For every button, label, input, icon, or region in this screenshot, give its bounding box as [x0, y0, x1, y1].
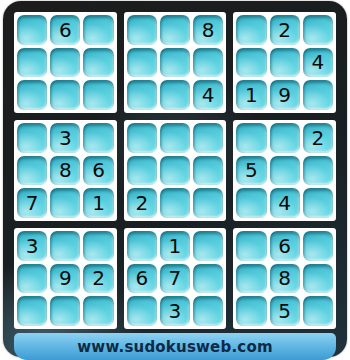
- box-2-1: 38671: [14, 120, 117, 221]
- cell-r4c6[interactable]: [193, 123, 223, 153]
- cell-r2c5[interactable]: [160, 48, 190, 78]
- cell-r2c2[interactable]: [50, 48, 80, 78]
- cell-r2c4[interactable]: [127, 48, 157, 78]
- cell-r3c1[interactable]: [17, 80, 47, 110]
- cell-r8c3: 2: [83, 264, 113, 294]
- cell-r4c5[interactable]: [160, 123, 190, 153]
- cell-r5c5[interactable]: [160, 156, 190, 186]
- cell-r3c2[interactable]: [50, 80, 80, 110]
- cell-r1c2: 6: [50, 15, 80, 45]
- cell-r8c8: 8: [270, 264, 300, 294]
- cell-r2c8[interactable]: [270, 48, 300, 78]
- cell-r3c4[interactable]: [127, 80, 157, 110]
- box-3-3: 685: [233, 228, 336, 329]
- cell-r1c1[interactable]: [17, 15, 47, 45]
- cell-r9c6[interactable]: [193, 296, 223, 326]
- cell-r9c3[interactable]: [83, 296, 113, 326]
- cell-r3c3[interactable]: [83, 80, 113, 110]
- cell-r4c4[interactable]: [127, 123, 157, 153]
- cell-r4c1[interactable]: [17, 123, 47, 153]
- box-2-3: 254: [233, 120, 336, 221]
- cell-r5c1[interactable]: [17, 156, 47, 186]
- cell-r3c9[interactable]: [303, 80, 333, 110]
- cell-r2c9: 4: [303, 48, 333, 78]
- cell-r8c1[interactable]: [17, 264, 47, 294]
- cell-r5c8[interactable]: [270, 156, 300, 186]
- cell-r1c6: 8: [193, 15, 223, 45]
- box-3-2: 1673: [124, 228, 227, 329]
- cell-r6c5[interactable]: [160, 188, 190, 218]
- cell-r8c5: 7: [160, 264, 190, 294]
- cell-r1c5[interactable]: [160, 15, 190, 45]
- cell-r3c5[interactable]: [160, 80, 190, 110]
- cell-r6c1: 7: [17, 188, 47, 218]
- cell-r2c3[interactable]: [83, 48, 113, 78]
- cell-r5c2: 8: [50, 156, 80, 186]
- cell-r9c8: 5: [270, 296, 300, 326]
- cell-r5c4[interactable]: [127, 156, 157, 186]
- box-1-1: 6: [14, 12, 117, 113]
- box-2-2: 2: [124, 120, 227, 221]
- cell-r7c1: 3: [17, 231, 47, 261]
- site-url-link[interactable]: www.sudokusweb.com: [77, 338, 272, 356]
- cell-r9c9[interactable]: [303, 296, 333, 326]
- cell-r3c8: 9: [270, 80, 300, 110]
- cell-r7c4[interactable]: [127, 231, 157, 261]
- cell-r9c5: 3: [160, 296, 190, 326]
- cell-r7c5: 1: [160, 231, 190, 261]
- cell-r6c9[interactable]: [303, 188, 333, 218]
- cell-r3c7: 1: [236, 80, 266, 110]
- box-1-3: 2419: [233, 12, 336, 113]
- cell-r8c4: 6: [127, 264, 157, 294]
- cell-r7c6[interactable]: [193, 231, 223, 261]
- cell-r6c4: 2: [127, 188, 157, 218]
- cell-r8c6[interactable]: [193, 264, 223, 294]
- cell-r5c9[interactable]: [303, 156, 333, 186]
- box-1-2: 84: [124, 12, 227, 113]
- cell-r4c2: 3: [50, 123, 80, 153]
- sudoku-board: 68424193867122543921673685: [14, 12, 336, 329]
- cell-r6c7[interactable]: [236, 188, 266, 218]
- cell-r6c3: 1: [83, 188, 113, 218]
- cell-r2c1[interactable]: [17, 48, 47, 78]
- cell-r4c9: 2: [303, 123, 333, 153]
- cell-r2c6[interactable]: [193, 48, 223, 78]
- cell-r7c2[interactable]: [50, 231, 80, 261]
- cell-r1c9[interactable]: [303, 15, 333, 45]
- cell-r1c8: 2: [270, 15, 300, 45]
- board-plate: 68424193867122543921673685 www.sudokuswe…: [3, 1, 347, 357]
- cell-r9c2[interactable]: [50, 296, 80, 326]
- cell-r4c8[interactable]: [270, 123, 300, 153]
- cell-r4c7[interactable]: [236, 123, 266, 153]
- cell-r1c4[interactable]: [127, 15, 157, 45]
- cell-r1c3[interactable]: [83, 15, 113, 45]
- cell-r5c6[interactable]: [193, 156, 223, 186]
- cell-r2c7[interactable]: [236, 48, 266, 78]
- cell-r1c7[interactable]: [236, 15, 266, 45]
- cell-r9c7[interactable]: [236, 296, 266, 326]
- cell-r3c6: 4: [193, 80, 223, 110]
- cell-r8c7[interactable]: [236, 264, 266, 294]
- cell-r9c4[interactable]: [127, 296, 157, 326]
- cell-r6c2[interactable]: [50, 188, 80, 218]
- cell-r7c8: 6: [270, 231, 300, 261]
- footer-bar: www.sudokusweb.com: [14, 333, 336, 360]
- box-3-1: 392: [14, 228, 117, 329]
- cell-r7c7[interactable]: [236, 231, 266, 261]
- cell-r4c3[interactable]: [83, 123, 113, 153]
- cell-r9c1[interactable]: [17, 296, 47, 326]
- cell-r5c3: 6: [83, 156, 113, 186]
- cell-r7c9[interactable]: [303, 231, 333, 261]
- cell-r7c3[interactable]: [83, 231, 113, 261]
- cell-r6c6[interactable]: [193, 188, 223, 218]
- cell-r6c8: 4: [270, 188, 300, 218]
- sudoku-screenshot: 68424193867122543921673685 www.sudokuswe…: [0, 0, 350, 360]
- cell-r5c7: 5: [236, 156, 266, 186]
- cell-r8c2: 9: [50, 264, 80, 294]
- cell-r8c9[interactable]: [303, 264, 333, 294]
